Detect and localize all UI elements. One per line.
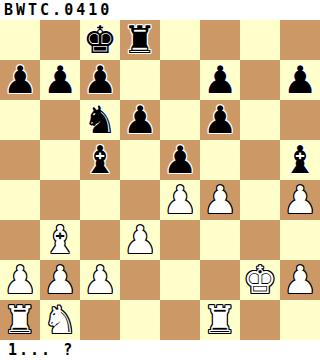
square-b2[interactable]: ♟ [40, 260, 80, 300]
square-c1[interactable] [80, 300, 120, 340]
square-f3[interactable] [200, 220, 240, 260]
square-a6[interactable] [0, 100, 40, 140]
square-f8[interactable] [200, 20, 240, 60]
square-c7[interactable]: ♟ [80, 60, 120, 100]
square-e2[interactable] [160, 260, 200, 300]
white-pawn-piece: ♟ [203, 180, 237, 220]
square-e4[interactable]: ♟ [160, 180, 200, 220]
square-f1[interactable]: ♜ [200, 300, 240, 340]
move-prompt: 1... ? [0, 341, 74, 359]
title-bar: BWTC.0410 [0, 0, 320, 20]
square-a2[interactable]: ♟ [0, 260, 40, 300]
square-b4[interactable] [40, 180, 80, 220]
board: ♚♜♟♟♟♟♟♞♟♟♝♟♝♟♟♟♝♟♟♟♟♚♟♜♞♜ [0, 20, 320, 340]
black-king-piece: ♚ [83, 20, 117, 60]
square-h7[interactable]: ♟ [280, 60, 320, 100]
white-rook-piece: ♜ [203, 300, 237, 340]
square-c5[interactable]: ♝ [80, 140, 120, 180]
white-pawn-piece: ♟ [3, 260, 37, 300]
square-a7[interactable]: ♟ [0, 60, 40, 100]
square-h3[interactable] [280, 220, 320, 260]
square-e6[interactable] [160, 100, 200, 140]
black-bishop-piece: ♝ [83, 140, 117, 180]
square-g7[interactable] [240, 60, 280, 100]
black-knight-piece: ♞ [83, 100, 117, 140]
white-pawn-piece: ♟ [43, 260, 77, 300]
white-pawn-piece: ♟ [123, 220, 157, 260]
square-a5[interactable] [0, 140, 40, 180]
square-d8[interactable]: ♜ [120, 20, 160, 60]
square-c4[interactable] [80, 180, 120, 220]
white-king-piece: ♚ [243, 260, 277, 300]
black-rook-piece: ♜ [123, 20, 157, 60]
square-d7[interactable] [120, 60, 160, 100]
square-f6[interactable]: ♟ [200, 100, 240, 140]
square-g4[interactable] [240, 180, 280, 220]
white-pawn-piece: ♟ [283, 260, 317, 300]
square-g8[interactable] [240, 20, 280, 60]
square-c8[interactable]: ♚ [80, 20, 120, 60]
caption-bar: 1... ? [0, 340, 320, 360]
square-c6[interactable]: ♞ [80, 100, 120, 140]
black-pawn-piece: ♟ [163, 140, 197, 180]
square-g5[interactable] [240, 140, 280, 180]
square-b3[interactable]: ♝ [40, 220, 80, 260]
square-g2[interactable]: ♚ [240, 260, 280, 300]
square-b6[interactable] [40, 100, 80, 140]
square-b8[interactable] [40, 20, 80, 60]
black-pawn-piece: ♟ [203, 60, 237, 100]
black-pawn-piece: ♟ [203, 100, 237, 140]
square-e5[interactable]: ♟ [160, 140, 200, 180]
square-d1[interactable] [120, 300, 160, 340]
square-f4[interactable]: ♟ [200, 180, 240, 220]
square-h4[interactable]: ♟ [280, 180, 320, 220]
black-bishop-piece: ♝ [283, 140, 317, 180]
chess-puzzle-window: BWTC.0410 ♚♜♟♟♟♟♟♞♟♟♝♟♝♟♟♟♝♟♟♟♟♚♟♜♞♜ 1..… [0, 0, 320, 360]
square-h8[interactable] [280, 20, 320, 60]
square-g3[interactable] [240, 220, 280, 260]
square-h2[interactable]: ♟ [280, 260, 320, 300]
square-e1[interactable] [160, 300, 200, 340]
white-bishop-piece: ♝ [43, 220, 77, 260]
square-b7[interactable]: ♟ [40, 60, 80, 100]
square-b1[interactable]: ♞ [40, 300, 80, 340]
square-d2[interactable] [120, 260, 160, 300]
square-d5[interactable] [120, 140, 160, 180]
black-pawn-piece: ♟ [123, 100, 157, 140]
white-pawn-piece: ♟ [283, 180, 317, 220]
square-e3[interactable] [160, 220, 200, 260]
square-h1[interactable] [280, 300, 320, 340]
black-pawn-piece: ♟ [43, 60, 77, 100]
square-f2[interactable] [200, 260, 240, 300]
square-d3[interactable]: ♟ [120, 220, 160, 260]
square-e7[interactable] [160, 60, 200, 100]
square-f5[interactable] [200, 140, 240, 180]
black-pawn-piece: ♟ [3, 60, 37, 100]
puzzle-title: BWTC.0410 [0, 1, 112, 19]
black-pawn-piece: ♟ [83, 60, 117, 100]
white-pawn-piece: ♟ [163, 180, 197, 220]
white-pawn-piece: ♟ [83, 260, 117, 300]
square-a4[interactable] [0, 180, 40, 220]
square-a1[interactable]: ♜ [0, 300, 40, 340]
square-h5[interactable]: ♝ [280, 140, 320, 180]
square-e8[interactable] [160, 20, 200, 60]
square-g1[interactable] [240, 300, 280, 340]
square-g6[interactable] [240, 100, 280, 140]
black-pawn-piece: ♟ [283, 60, 317, 100]
square-a8[interactable] [0, 20, 40, 60]
square-c3[interactable] [80, 220, 120, 260]
white-knight-piece: ♞ [43, 300, 77, 340]
white-rook-piece: ♜ [3, 300, 37, 340]
square-h6[interactable] [280, 100, 320, 140]
square-c2[interactable]: ♟ [80, 260, 120, 300]
square-a3[interactable] [0, 220, 40, 260]
square-d4[interactable] [120, 180, 160, 220]
square-f7[interactable]: ♟ [200, 60, 240, 100]
square-b5[interactable] [40, 140, 80, 180]
square-d6[interactable]: ♟ [120, 100, 160, 140]
